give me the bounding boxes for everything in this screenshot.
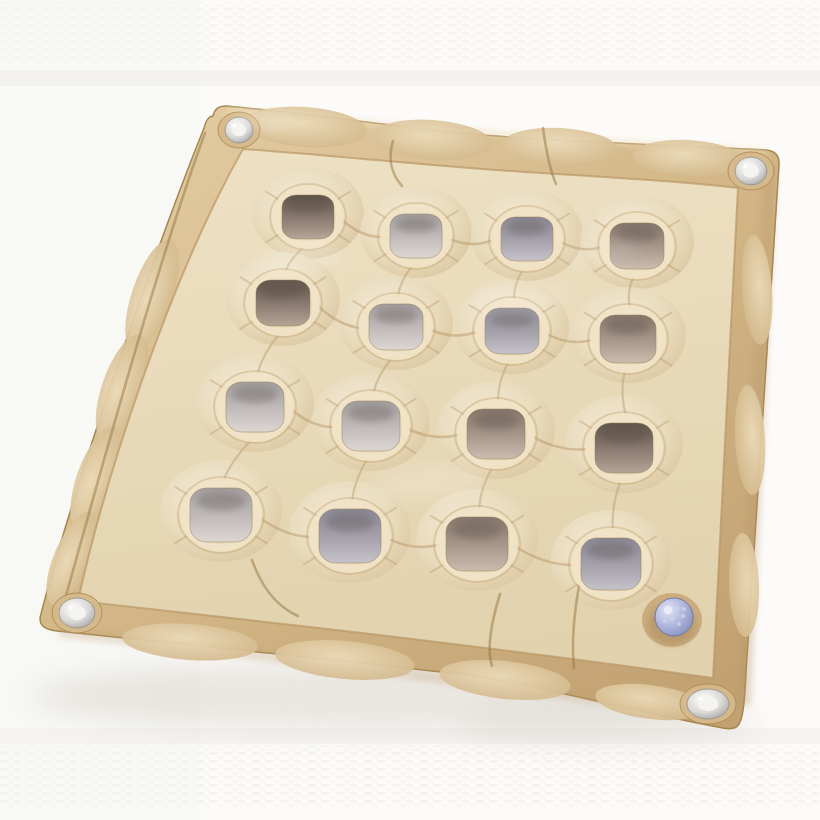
photo-stage [0,0,820,820]
vent-hole-r4c3 [434,506,520,582]
vent-hole-r4c4 [569,527,653,601]
backdrop-noise-top [0,2,820,64]
vent-hole-r4c2 [307,498,393,574]
grommet-top-right [728,152,774,190]
photo-canvas [0,0,820,820]
air-valve [642,593,702,647]
product-photo [0,0,820,820]
backdrop-seam-top [0,70,820,86]
vent-hole-r3c1 [214,371,296,443]
grommet-bottom-left [52,593,102,633]
vent-hole-r2c4 [588,304,668,374]
valve-cap [655,598,693,636]
grommet-bottom-right [680,684,736,724]
vent-hole-r4c1 [178,477,264,553]
vent-hole-r3c2 [330,390,412,462]
vent-hole-r3c4 [583,412,665,484]
backdrop-noise-bottom [0,746,820,808]
vent-hole-r3c3 [455,398,537,470]
